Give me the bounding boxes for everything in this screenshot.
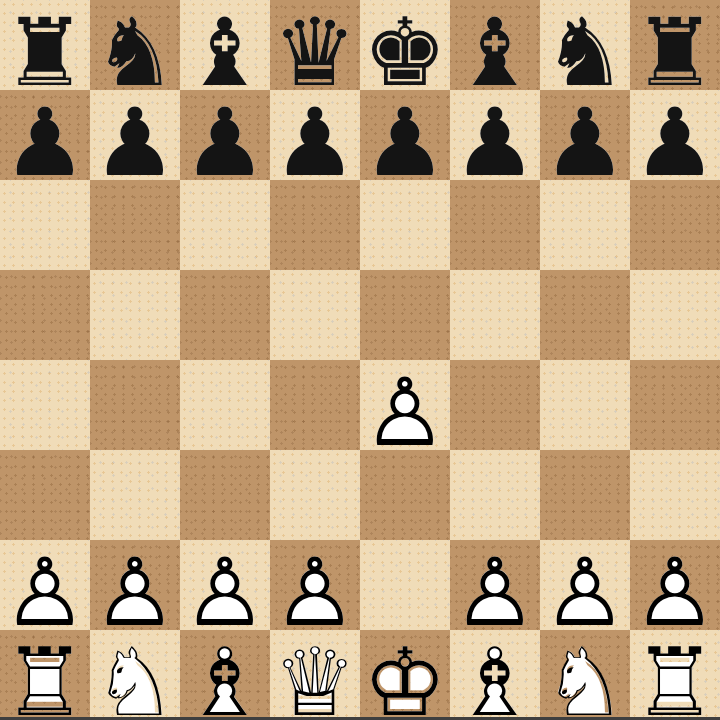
square-a2[interactable]: ♟♙ [0,540,90,630]
white-rook-fill: ♜ [630,638,720,720]
white-pawn-icon: ♙ [270,548,360,638]
square-c8[interactable]: ♝♝ [180,0,270,90]
black-rook-h8[interactable]: ♜♜ [630,0,720,90]
black-knight-fill: ♞ [540,8,630,98]
square-e6[interactable] [360,180,450,270]
square-h4[interactable] [630,360,720,450]
black-knight-g8[interactable]: ♞♞ [540,0,630,90]
black-queen-icon: ♛ [270,8,360,98]
white-rook-h1[interactable]: ♜♖ [630,630,720,720]
black-pawn-b7[interactable]: ♟♟ [90,90,180,180]
square-e2[interactable] [360,540,450,630]
black-pawn-h7[interactable]: ♟♟ [630,90,720,180]
square-f7[interactable]: ♟♟ [450,90,540,180]
square-g3[interactable] [540,450,630,540]
white-knight-b1[interactable]: ♞♘ [90,630,180,720]
white-pawn-a2[interactable]: ♟♙ [0,540,90,630]
square-a3[interactable] [0,450,90,540]
white-rook-icon: ♖ [0,638,90,720]
black-pawn-fill: ♟ [270,98,360,188]
square-a6[interactable] [0,180,90,270]
square-a5[interactable] [0,270,90,360]
white-pawn-fill: ♟ [450,548,540,638]
black-pawn-icon: ♟ [630,98,720,188]
black-knight-icon: ♞ [540,8,630,98]
square-g6[interactable] [540,180,630,270]
square-g8[interactable]: ♞♞ [540,0,630,90]
square-c2[interactable]: ♟♙ [180,540,270,630]
square-h3[interactable] [630,450,720,540]
black-knight-fill: ♞ [90,8,180,98]
black-knight-icon: ♞ [90,8,180,98]
white-pawn-fill: ♟ [360,368,450,458]
black-rook-fill: ♜ [0,8,90,98]
black-pawn-fill: ♟ [90,98,180,188]
chess-board-window: ♜♜♞♞♝♝♛♛♚♚♝♝♞♞♜♜♟♟♟♟♟♟♟♟♟♟♟♟♟♟♟♟♟♙♟♙♟♙♟♙… [0,0,720,720]
square-b8[interactable]: ♞♞ [90,0,180,90]
square-d7[interactable]: ♟♟ [270,90,360,180]
black-pawn-d7[interactable]: ♟♟ [270,90,360,180]
square-h7[interactable]: ♟♟ [630,90,720,180]
square-f4[interactable] [450,360,540,450]
black-queen-d8[interactable]: ♛♛ [270,0,360,90]
square-d3[interactable] [270,450,360,540]
white-pawn-icon: ♙ [180,548,270,638]
white-knight-fill: ♞ [90,638,180,720]
white-pawn-fill: ♟ [90,548,180,638]
square-a1[interactable]: ♜♖ [0,630,90,720]
white-pawn-icon: ♙ [540,548,630,638]
square-e5[interactable] [360,270,450,360]
black-pawn-e7[interactable]: ♟♟ [360,90,450,180]
black-rook-fill: ♜ [630,8,720,98]
white-king-icon: ♔ [360,638,450,720]
square-f6[interactable] [450,180,540,270]
square-f2[interactable]: ♟♙ [450,540,540,630]
black-pawn-c7[interactable]: ♟♟ [180,90,270,180]
square-b1[interactable]: ♞♘ [90,630,180,720]
square-g1[interactable]: ♞♘ [540,630,630,720]
square-e1[interactable]: ♚♔ [360,630,450,720]
black-bishop-fill: ♝ [180,8,270,98]
square-h6[interactable] [630,180,720,270]
black-pawn-icon: ♟ [450,98,540,188]
black-rook-icon: ♜ [0,8,90,98]
square-d2[interactable]: ♟♙ [270,540,360,630]
square-h5[interactable] [630,270,720,360]
square-h1[interactable]: ♜♖ [630,630,720,720]
white-bishop-c1[interactable]: ♝♗ [180,630,270,720]
black-pawn-icon: ♟ [360,98,450,188]
square-g7[interactable]: ♟♟ [540,90,630,180]
white-pawn-d2[interactable]: ♟♙ [270,540,360,630]
white-pawn-icon: ♙ [450,548,540,638]
square-d1[interactable]: ♛♕ [270,630,360,720]
black-pawn-icon: ♟ [90,98,180,188]
white-pawn-icon: ♙ [360,368,450,458]
square-h8[interactable]: ♜♜ [630,0,720,90]
black-knight-b8[interactable]: ♞♞ [90,0,180,90]
black-pawn-icon: ♟ [0,98,90,188]
black-pawn-fill: ♟ [360,98,450,188]
black-pawn-fill: ♟ [450,98,540,188]
square-f8[interactable]: ♝♝ [450,0,540,90]
black-pawn-a7[interactable]: ♟♟ [0,90,90,180]
square-g2[interactable]: ♟♙ [540,540,630,630]
square-b2[interactable]: ♟♙ [90,540,180,630]
black-bishop-icon: ♝ [450,8,540,98]
white-king-fill: ♚ [360,638,450,720]
white-pawn-fill: ♟ [270,548,360,638]
white-pawn-fill: ♟ [180,548,270,638]
square-b5[interactable] [90,270,180,360]
black-pawn-icon: ♟ [180,98,270,188]
white-knight-icon: ♘ [90,638,180,720]
white-pawn-icon: ♙ [90,548,180,638]
white-pawn-f2[interactable]: ♟♙ [450,540,540,630]
black-queen-fill: ♛ [270,8,360,98]
white-bishop-icon: ♗ [450,638,540,720]
square-e8[interactable]: ♚♚ [360,0,450,90]
black-pawn-f7[interactable]: ♟♟ [450,90,540,180]
square-g5[interactable] [540,270,630,360]
square-e4[interactable]: ♟♙ [360,360,450,450]
white-bishop-f1[interactable]: ♝♗ [450,630,540,720]
square-e7[interactable]: ♟♟ [360,90,450,180]
square-d6[interactable] [270,180,360,270]
white-bishop-icon: ♗ [180,638,270,720]
square-f5[interactable] [450,270,540,360]
black-rook-icon: ♜ [630,8,720,98]
white-pawn-c2[interactable]: ♟♙ [180,540,270,630]
white-knight-fill: ♞ [540,638,630,720]
chess-board: ♜♜♞♞♝♝♛♛♚♚♝♝♞♞♜♜♟♟♟♟♟♟♟♟♟♟♟♟♟♟♟♟♟♙♟♙♟♙♟♙… [0,0,720,720]
black-bishop-fill: ♝ [450,8,540,98]
square-e3[interactable] [360,450,450,540]
white-knight-icon: ♘ [540,638,630,720]
white-pawn-h2[interactable]: ♟♙ [630,540,720,630]
black-pawn-fill: ♟ [540,98,630,188]
black-bishop-f8[interactable]: ♝♝ [450,0,540,90]
square-b3[interactable] [90,450,180,540]
black-pawn-fill: ♟ [0,98,90,188]
white-pawn-g2[interactable]: ♟♙ [540,540,630,630]
white-pawn-fill: ♟ [540,548,630,638]
square-a4[interactable] [0,360,90,450]
square-d8[interactable]: ♛♛ [270,0,360,90]
square-c3[interactable] [180,450,270,540]
square-b6[interactable] [90,180,180,270]
white-bishop-fill: ♝ [180,638,270,720]
white-pawn-fill: ♟ [630,548,720,638]
square-a8[interactable]: ♜♜ [0,0,90,90]
square-c1[interactable]: ♝♗ [180,630,270,720]
square-d4[interactable] [270,360,360,450]
square-b4[interactable] [90,360,180,450]
black-king-fill: ♚ [360,8,450,98]
square-c5[interactable] [180,270,270,360]
square-b7[interactable]: ♟♟ [90,90,180,180]
white-queen-icon: ♕ [270,638,360,720]
black-rook-a8[interactable]: ♜♜ [0,0,90,90]
black-pawn-icon: ♟ [540,98,630,188]
white-rook-fill: ♜ [0,638,90,720]
white-king-e1[interactable]: ♚♔ [360,630,450,720]
square-d5[interactable] [270,270,360,360]
black-king-icon: ♚ [360,8,450,98]
white-rook-icon: ♖ [630,638,720,720]
square-c7[interactable]: ♟♟ [180,90,270,180]
black-pawn-fill: ♟ [630,98,720,188]
white-queen-fill: ♛ [270,638,360,720]
square-c4[interactable] [180,360,270,450]
square-c6[interactable] [180,180,270,270]
square-h2[interactable]: ♟♙ [630,540,720,630]
white-rook-a1[interactable]: ♜♖ [0,630,90,720]
square-f1[interactable]: ♝♗ [450,630,540,720]
black-king-e8[interactable]: ♚♚ [360,0,450,90]
black-pawn-fill: ♟ [180,98,270,188]
square-g4[interactable] [540,360,630,450]
black-pawn-icon: ♟ [270,98,360,188]
square-a7[interactable]: ♟♟ [0,90,90,180]
black-bishop-icon: ♝ [180,8,270,98]
white-pawn-icon: ♙ [0,548,90,638]
white-pawn-e4[interactable]: ♟♙ [360,360,450,450]
white-knight-g1[interactable]: ♞♘ [540,630,630,720]
black-pawn-g7[interactable]: ♟♟ [540,90,630,180]
white-pawn-fill: ♟ [0,548,90,638]
white-pawn-icon: ♙ [630,548,720,638]
white-queen-d1[interactable]: ♛♕ [270,630,360,720]
square-f3[interactable] [450,450,540,540]
white-pawn-b2[interactable]: ♟♙ [90,540,180,630]
white-bishop-fill: ♝ [450,638,540,720]
black-bishop-c8[interactable]: ♝♝ [180,0,270,90]
